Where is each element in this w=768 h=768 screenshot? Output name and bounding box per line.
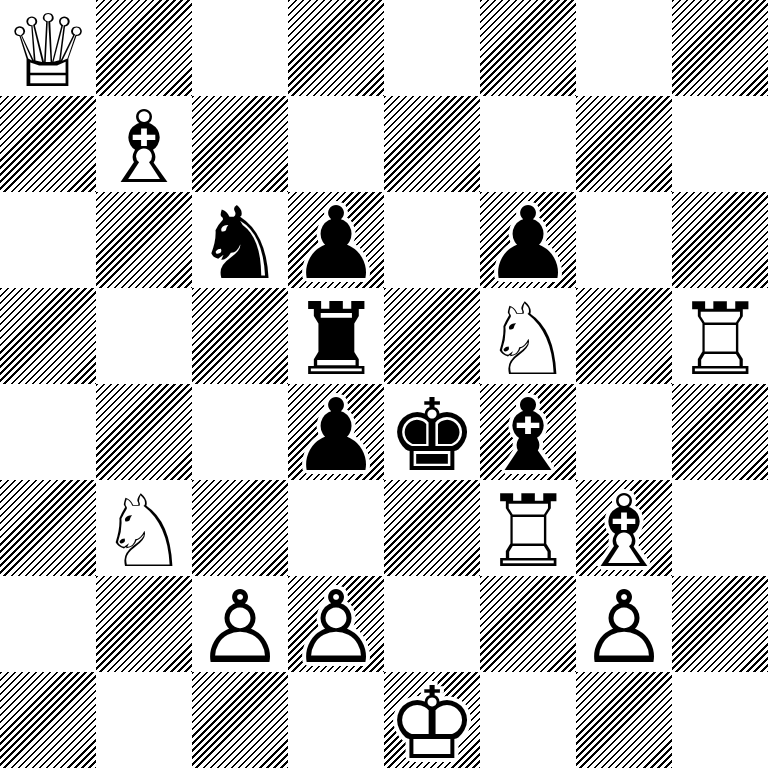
piece-solid-glyph: ♟	[480, 196, 576, 288]
square-g6[interactable]	[576, 192, 672, 288]
square-g5[interactable]	[576, 288, 672, 384]
piece-outline-glyph: ♖	[480, 484, 576, 576]
piece-black-king[interactable]: ♚	[384, 384, 480, 480]
square-e5[interactable]	[384, 288, 480, 384]
piece-solid-glyph: ♝	[480, 388, 576, 480]
square-a1[interactable]	[0, 672, 96, 768]
square-f1[interactable]	[480, 672, 576, 768]
square-f6[interactable]: ♟	[480, 192, 576, 288]
square-c4[interactable]	[192, 384, 288, 480]
piece-white-queen[interactable]: ♛♕	[0, 0, 96, 96]
piece-outline-glyph: ♔	[384, 676, 480, 768]
square-h2[interactable]	[672, 576, 768, 672]
square-h7[interactable]	[672, 96, 768, 192]
piece-outline-glyph: ♙	[192, 580, 288, 672]
piece-outline-glyph: ♗	[576, 484, 672, 576]
square-d7[interactable]	[288, 96, 384, 192]
square-c7[interactable]	[192, 96, 288, 192]
square-h5[interactable]: ♜♖	[672, 288, 768, 384]
square-d1[interactable]	[288, 672, 384, 768]
square-a5[interactable]	[0, 288, 96, 384]
square-h3[interactable]	[672, 480, 768, 576]
square-f2[interactable]	[480, 576, 576, 672]
square-f3[interactable]: ♜♖	[480, 480, 576, 576]
piece-black-pawn[interactable]: ♟	[288, 384, 384, 480]
square-b2[interactable]	[96, 576, 192, 672]
piece-solid-glyph: ♟	[288, 388, 384, 480]
piece-outline-glyph: ♗	[96, 100, 192, 192]
square-c2[interactable]: ♟♙	[192, 576, 288, 672]
square-d3[interactable]	[288, 480, 384, 576]
square-f8[interactable]	[480, 0, 576, 96]
square-b4[interactable]	[96, 384, 192, 480]
square-e3[interactable]	[384, 480, 480, 576]
square-b8[interactable]	[96, 0, 192, 96]
square-h6[interactable]	[672, 192, 768, 288]
square-a4[interactable]	[0, 384, 96, 480]
piece-outline-glyph: ♘	[480, 292, 576, 384]
square-g4[interactable]	[576, 384, 672, 480]
square-e1[interactable]: ♚♔	[384, 672, 480, 768]
square-e8[interactable]	[384, 0, 480, 96]
piece-white-rook[interactable]: ♜♖	[480, 480, 576, 576]
square-d4[interactable]: ♟	[288, 384, 384, 480]
square-e6[interactable]	[384, 192, 480, 288]
square-f7[interactable]	[480, 96, 576, 192]
square-a3[interactable]	[0, 480, 96, 576]
square-c6[interactable]: ♞	[192, 192, 288, 288]
square-g2[interactable]: ♟♙	[576, 576, 672, 672]
square-h8[interactable]	[672, 0, 768, 96]
square-g3[interactable]: ♝♗	[576, 480, 672, 576]
piece-outline-glyph: ♙	[288, 580, 384, 672]
piece-outline-glyph: ♘	[96, 484, 192, 576]
piece-white-king[interactable]: ♚♔	[384, 672, 480, 768]
square-h4[interactable]	[672, 384, 768, 480]
square-b5[interactable]	[96, 288, 192, 384]
square-c3[interactable]	[192, 480, 288, 576]
piece-white-pawn[interactable]: ♟♙	[288, 576, 384, 672]
piece-white-knight[interactable]: ♞♘	[480, 288, 576, 384]
piece-black-pawn[interactable]: ♟	[288, 192, 384, 288]
square-e7[interactable]	[384, 96, 480, 192]
square-b1[interactable]	[96, 672, 192, 768]
piece-black-pawn[interactable]: ♟	[480, 192, 576, 288]
piece-black-bishop[interactable]: ♝	[480, 384, 576, 480]
square-a8[interactable]: ♛♕	[0, 0, 96, 96]
piece-black-knight[interactable]: ♞	[192, 192, 288, 288]
square-e2[interactable]	[384, 576, 480, 672]
square-e4[interactable]: ♚	[384, 384, 480, 480]
square-g7[interactable]	[576, 96, 672, 192]
piece-black-rook[interactable]: ♜	[288, 288, 384, 384]
square-g8[interactable]	[576, 0, 672, 96]
square-b3[interactable]: ♞♘	[96, 480, 192, 576]
square-d2[interactable]: ♟♙	[288, 576, 384, 672]
piece-white-rook[interactable]: ♜♖	[672, 288, 768, 384]
piece-solid-glyph: ♜	[288, 292, 384, 384]
square-f5[interactable]: ♞♘	[480, 288, 576, 384]
square-a6[interactable]	[0, 192, 96, 288]
square-c8[interactable]	[192, 0, 288, 96]
piece-white-pawn[interactable]: ♟♙	[576, 576, 672, 672]
square-h1[interactable]	[672, 672, 768, 768]
piece-solid-glyph: ♞	[192, 196, 288, 288]
square-c1[interactable]	[192, 672, 288, 768]
square-c5[interactable]	[192, 288, 288, 384]
square-f4[interactable]: ♝	[480, 384, 576, 480]
chess-board: ♛♕♝♗♞♟♟♜♞♘♜♖♟♚♝♞♘♜♖♝♗♟♙♟♙♟♙♚♔	[0, 0, 768, 768]
square-a7[interactable]	[0, 96, 96, 192]
piece-white-pawn[interactable]: ♟♙	[192, 576, 288, 672]
square-g1[interactable]	[576, 672, 672, 768]
piece-white-bishop[interactable]: ♝♗	[576, 480, 672, 576]
square-d6[interactable]: ♟	[288, 192, 384, 288]
square-d5[interactable]: ♜	[288, 288, 384, 384]
piece-outline-glyph: ♕	[0, 4, 96, 96]
piece-solid-glyph: ♟	[288, 196, 384, 288]
square-b7[interactable]: ♝♗	[96, 96, 192, 192]
piece-white-knight[interactable]: ♞♘	[96, 480, 192, 576]
square-a2[interactable]	[0, 576, 96, 672]
piece-outline-glyph: ♙	[576, 580, 672, 672]
square-b6[interactable]	[96, 192, 192, 288]
piece-solid-glyph: ♚	[384, 388, 480, 480]
square-d8[interactable]	[288, 0, 384, 96]
piece-outline-glyph: ♖	[672, 292, 768, 384]
piece-white-bishop[interactable]: ♝♗	[96, 96, 192, 192]
